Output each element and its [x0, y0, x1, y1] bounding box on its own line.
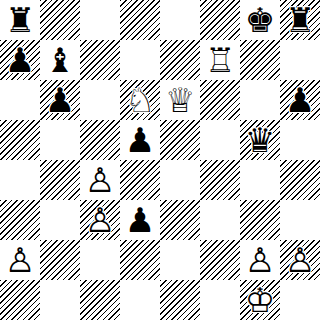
square-d2[interactable]	[120, 240, 160, 280]
square-e2[interactable]	[160, 240, 200, 280]
square-g1[interactable]: ♚♔	[240, 280, 280, 320]
square-e7[interactable]	[160, 40, 200, 80]
piece-white-pawn[interactable]: ♟♙	[0, 240, 40, 280]
piece-black-rook[interactable]: ♜♜	[280, 0, 320, 40]
black-rook-icon: ♜	[0, 0, 40, 40]
white-rook-icon: ♖	[200, 40, 240, 80]
square-c7[interactable]	[80, 40, 120, 80]
square-f4[interactable]	[200, 160, 240, 200]
square-g8[interactable]: ♚♚	[240, 0, 280, 40]
square-d8[interactable]	[120, 0, 160, 40]
square-c8[interactable]	[80, 0, 120, 40]
piece-black-pawn[interactable]: ♟♟	[120, 120, 160, 160]
piece-white-knight[interactable]: ♞♘	[120, 80, 160, 120]
white-knight-icon: ♘	[120, 80, 160, 120]
square-b6[interactable]: ♟♟	[40, 80, 80, 120]
square-g3[interactable]	[240, 200, 280, 240]
square-h1[interactable]	[280, 280, 320, 320]
square-b1[interactable]	[40, 280, 80, 320]
square-f6[interactable]	[200, 80, 240, 120]
square-h6[interactable]: ♟♟	[280, 80, 320, 120]
piece-black-pawn[interactable]: ♟♟	[280, 80, 320, 120]
square-c6[interactable]	[80, 80, 120, 120]
square-e8[interactable]	[160, 0, 200, 40]
square-f8[interactable]	[200, 0, 240, 40]
square-b3[interactable]	[40, 200, 80, 240]
square-a2[interactable]: ♟♙	[0, 240, 40, 280]
black-queen-icon: ♛	[240, 120, 280, 160]
black-pawn-icon: ♟	[280, 80, 320, 120]
square-e4[interactable]	[160, 160, 200, 200]
square-d3[interactable]: ♟♟	[120, 200, 160, 240]
piece-black-queen[interactable]: ♛♛	[240, 120, 280, 160]
square-h8[interactable]: ♜♜	[280, 0, 320, 40]
square-h7[interactable]	[280, 40, 320, 80]
black-pawn-icon: ♟	[120, 200, 160, 240]
piece-white-pawn[interactable]: ♟♙	[240, 240, 280, 280]
square-h2[interactable]: ♟♙	[280, 240, 320, 280]
square-g2[interactable]: ♟♙	[240, 240, 280, 280]
piece-white-queen[interactable]: ♛♕	[160, 80, 200, 120]
square-a7[interactable]: ♟♟	[0, 40, 40, 80]
square-e1[interactable]	[160, 280, 200, 320]
square-d5[interactable]: ♟♟	[120, 120, 160, 160]
piece-black-king[interactable]: ♚♚	[240, 0, 280, 40]
square-b5[interactable]	[40, 120, 80, 160]
square-e3[interactable]	[160, 200, 200, 240]
black-bishop-icon: ♝	[40, 40, 80, 80]
piece-white-rook[interactable]: ♜♖	[200, 40, 240, 80]
square-f1[interactable]	[200, 280, 240, 320]
square-a3[interactable]	[0, 200, 40, 240]
black-pawn-icon: ♟	[40, 80, 80, 120]
piece-black-rook[interactable]: ♜♜	[0, 0, 40, 40]
square-e5[interactable]	[160, 120, 200, 160]
piece-black-pawn[interactable]: ♟♟	[120, 200, 160, 240]
black-king-icon: ♚	[240, 0, 280, 40]
square-f7[interactable]: ♜♖	[200, 40, 240, 80]
black-pawn-icon: ♟	[0, 40, 40, 80]
piece-black-bishop[interactable]: ♝♝	[40, 40, 80, 80]
square-d7[interactable]	[120, 40, 160, 80]
square-c2[interactable]	[80, 240, 120, 280]
square-b8[interactable]	[40, 0, 80, 40]
white-pawn-icon: ♙	[80, 200, 120, 240]
square-e6[interactable]: ♛♕	[160, 80, 200, 120]
piece-white-pawn[interactable]: ♟♙	[280, 240, 320, 280]
square-b4[interactable]	[40, 160, 80, 200]
square-a4[interactable]	[0, 160, 40, 200]
square-a1[interactable]	[0, 280, 40, 320]
square-c3[interactable]: ♟♙	[80, 200, 120, 240]
square-g6[interactable]	[240, 80, 280, 120]
square-d4[interactable]	[120, 160, 160, 200]
square-h3[interactable]	[280, 200, 320, 240]
square-c1[interactable]	[80, 280, 120, 320]
square-c4[interactable]: ♟♙	[80, 160, 120, 200]
white-king-icon: ♔	[240, 280, 280, 320]
piece-white-king[interactable]: ♚♔	[240, 280, 280, 320]
square-a5[interactable]	[0, 120, 40, 160]
square-g5[interactable]: ♛♛	[240, 120, 280, 160]
piece-black-pawn[interactable]: ♟♟	[0, 40, 40, 80]
black-pawn-icon: ♟	[120, 120, 160, 160]
square-d1[interactable]	[120, 280, 160, 320]
square-f3[interactable]	[200, 200, 240, 240]
white-pawn-icon: ♙	[280, 240, 320, 280]
black-rook-icon: ♜	[280, 0, 320, 40]
square-g7[interactable]	[240, 40, 280, 80]
square-f2[interactable]	[200, 240, 240, 280]
white-queen-icon: ♕	[160, 80, 200, 120]
square-b2[interactable]	[40, 240, 80, 280]
square-b7[interactable]: ♝♝	[40, 40, 80, 80]
white-pawn-icon: ♙	[0, 240, 40, 280]
piece-black-pawn[interactable]: ♟♟	[40, 80, 80, 120]
square-h4[interactable]	[280, 160, 320, 200]
square-f5[interactable]	[200, 120, 240, 160]
piece-white-pawn[interactable]: ♟♙	[80, 160, 120, 200]
square-a8[interactable]: ♜♜	[0, 0, 40, 40]
chess-board: ♜♜♚♚♜♜♟♟♝♝♜♖♟♟♞♘♛♕♟♟♟♟♛♛♟♙♟♙♟♟♟♙♟♙♟♙♚♔	[0, 0, 320, 320]
square-d6[interactable]: ♞♘	[120, 80, 160, 120]
white-pawn-icon: ♙	[240, 240, 280, 280]
square-h5[interactable]	[280, 120, 320, 160]
square-c5[interactable]	[80, 120, 120, 160]
piece-white-pawn[interactable]: ♟♙	[80, 200, 120, 240]
square-g4[interactable]	[240, 160, 280, 200]
square-a6[interactable]	[0, 80, 40, 120]
white-pawn-icon: ♙	[80, 160, 120, 200]
